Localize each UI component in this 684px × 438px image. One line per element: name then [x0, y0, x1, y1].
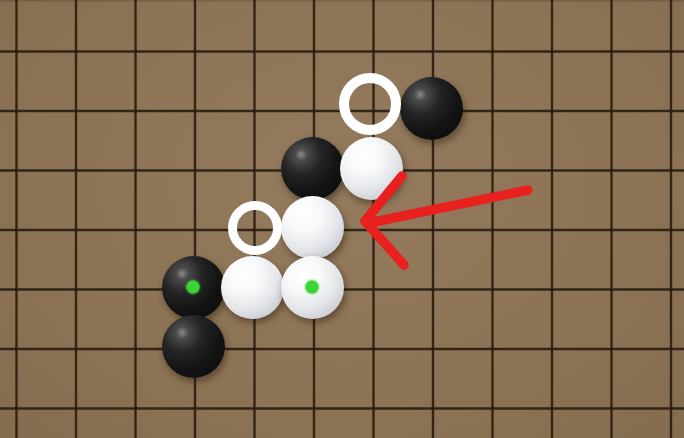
black-stone: [400, 77, 463, 140]
last-move-dot: [187, 281, 200, 294]
white-stone: [281, 256, 344, 319]
game-screenshot: [0, 0, 684, 438]
white-stone: [340, 137, 403, 200]
black-stone: [162, 256, 225, 319]
last-move-dot: [306, 281, 319, 294]
white-stone: [221, 256, 284, 319]
black-stone: [281, 137, 344, 200]
black-stone: [162, 315, 225, 378]
white-stone: [281, 196, 344, 259]
